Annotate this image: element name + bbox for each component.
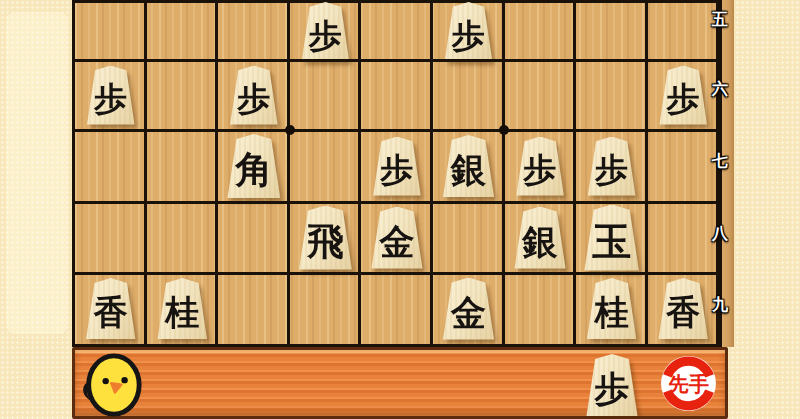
cell-46[interactable]	[433, 60, 505, 130]
cell-68[interactable]: 飛	[290, 202, 362, 273]
piece-glyph: 歩	[309, 19, 342, 52]
cell-65[interactable]: 歩	[290, 3, 362, 60]
cell-89[interactable]: 桂	[147, 273, 219, 344]
cell-97[interactable]	[75, 130, 147, 202]
cell-45[interactable]: 歩	[433, 3, 505, 60]
shogi-piece-rook: 飛	[295, 206, 355, 270]
piece-glyph: 香	[666, 295, 700, 329]
shogi-piece-knight: 桂	[584, 278, 640, 339]
shogi-piece-silver: 銀	[511, 207, 569, 269]
board-right-edge	[722, 0, 734, 347]
cell-67[interactable]	[290, 130, 362, 202]
piece-glyph: 桂	[165, 295, 199, 329]
piece-glyph: 歩	[595, 153, 628, 186]
cell-98[interactable]	[75, 202, 147, 273]
piece-pawn-76[interactable]: 歩	[227, 66, 281, 125]
board-cells: 歩歩歩歩歩角歩銀歩歩飛金銀玉香桂金桂香	[75, 3, 719, 344]
cell-27[interactable]: 歩	[576, 130, 648, 202]
cell-79[interactable]	[218, 273, 290, 344]
cell-58[interactable]: 金	[361, 202, 433, 273]
cell-75[interactable]	[218, 3, 290, 60]
piece-glyph: 金	[451, 295, 486, 330]
cell-95[interactable]	[75, 3, 147, 60]
cell-39[interactable]	[504, 273, 576, 344]
piece-glyph: 金	[379, 224, 414, 259]
piece-silver-47[interactable]: 銀	[440, 135, 498, 197]
cell-85[interactable]	[147, 3, 219, 60]
piece-glyph: 桂	[595, 295, 629, 329]
cell-17[interactable]	[647, 130, 719, 202]
gote-hand-tray	[6, 12, 68, 334]
piece-glyph: 銀	[523, 224, 558, 259]
cell-86[interactable]	[147, 60, 219, 130]
piece-glyph: 香	[94, 295, 128, 329]
piece-pawn-27[interactable]: 歩	[585, 137, 639, 196]
shogi-piece-gold: 金	[368, 207, 426, 269]
shogi-piece-lance: 香	[655, 278, 711, 339]
piece-knight-89[interactable]: 桂	[154, 278, 210, 339]
shogi-piece-pawn: 歩	[656, 66, 710, 125]
piece-knight-29[interactable]: 桂	[584, 278, 640, 339]
piece-bishop-77[interactable]: 角	[224, 134, 284, 198]
shogi-piece-pawn: 歩	[583, 354, 641, 416]
cell-47[interactable]: 銀	[433, 130, 505, 202]
piece-lance-19[interactable]: 香	[655, 278, 711, 339]
cell-76[interactable]: 歩	[218, 60, 290, 130]
sente-badge-text: 先手	[667, 372, 709, 396]
piece-glyph: 歩	[524, 153, 557, 186]
cell-99[interactable]: 香	[75, 273, 147, 344]
piece-glyph: 歩	[94, 82, 127, 115]
shogi-piece-pawn: 歩	[298, 2, 352, 61]
cell-87[interactable]	[147, 130, 219, 202]
cell-38[interactable]: 銀	[504, 202, 576, 273]
shogi-piece-pawn: 歩	[585, 137, 639, 196]
shogi-piece-knight: 桂	[154, 278, 210, 339]
cell-59[interactable]	[361, 273, 433, 344]
shogi-piece-pawn: 歩	[370, 137, 424, 196]
hand-piece-pawn[interactable]: 歩	[583, 354, 641, 416]
piece-gold-49[interactable]: 金	[440, 278, 498, 340]
cell-25[interactable]	[576, 3, 648, 60]
sente-badge: 先手	[660, 355, 717, 412]
shogi-piece-silver: 銀	[440, 135, 498, 197]
piece-glyph: 角	[235, 151, 272, 188]
sente-hand-tray: 歩 先手	[72, 347, 728, 419]
hand-piece-glyph: 歩	[595, 371, 630, 406]
cell-29[interactable]: 桂	[576, 273, 648, 344]
shogi-piece-pawn: 歩	[513, 137, 567, 196]
piece-glyph: 歩	[452, 19, 485, 52]
shogi-app: 歩歩歩歩歩角歩銀歩歩飛金銀玉香桂金桂香 五六七八九 歩	[0, 0, 800, 419]
cell-35[interactable]	[504, 3, 576, 60]
cell-96[interactable]: 歩	[75, 60, 147, 130]
cell-57[interactable]: 歩	[361, 130, 433, 202]
piece-glyph: 歩	[667, 82, 700, 115]
shogi-piece-pawn: 歩	[442, 2, 496, 61]
cell-56[interactable]	[361, 60, 433, 130]
piece-glyph: 歩	[380, 153, 413, 186]
chick-mascot-icon	[78, 351, 144, 419]
piece-gold-58[interactable]: 金	[368, 207, 426, 269]
piece-rook-68[interactable]: 飛	[295, 206, 355, 270]
piece-pawn-37[interactable]: 歩	[513, 137, 567, 196]
cell-15[interactable]	[647, 3, 719, 60]
piece-pawn-96[interactable]: 歩	[84, 66, 138, 125]
cell-88[interactable]	[147, 202, 219, 273]
piece-glyph: 銀	[451, 152, 486, 187]
cell-48[interactable]	[433, 202, 505, 273]
shogi-piece-king: 玉	[581, 205, 643, 271]
piece-glyph: 歩	[237, 82, 270, 115]
piece-pawn-65[interactable]: 歩	[298, 2, 352, 61]
cell-26[interactable]	[576, 60, 648, 130]
cell-69[interactable]	[290, 273, 362, 344]
cell-37[interactable]: 歩	[504, 130, 576, 202]
cell-55[interactable]	[361, 3, 433, 60]
cell-36[interactable]	[504, 60, 576, 130]
piece-pawn-16[interactable]: 歩	[656, 66, 710, 125]
shogi-piece-bishop: 角	[224, 134, 284, 198]
shogi-piece-pawn: 歩	[84, 66, 138, 125]
cell-28[interactable]: 玉	[576, 202, 648, 273]
shogi-board: 歩歩歩歩歩角歩銀歩歩飛金銀玉香桂金桂香	[72, 0, 722, 347]
cell-78[interactable]	[218, 202, 290, 273]
shogi-piece-pawn: 歩	[227, 66, 281, 125]
shogi-piece-lance: 香	[83, 278, 139, 339]
piece-pawn-57[interactable]: 歩	[370, 137, 424, 196]
piece-glyph: 飛	[307, 223, 344, 260]
cell-66[interactable]	[290, 60, 362, 130]
shogi-piece-gold: 金	[440, 278, 498, 340]
piece-pawn-45[interactable]: 歩	[442, 2, 496, 61]
cell-16[interactable]: 歩	[647, 60, 719, 130]
piece-king-28[interactable]: 玉	[581, 205, 643, 271]
piece-silver-38[interactable]: 銀	[511, 207, 569, 269]
cell-19[interactable]: 香	[647, 273, 719, 344]
piece-glyph: 玉	[592, 222, 631, 261]
piece-lance-99[interactable]: 香	[83, 278, 139, 339]
cell-49[interactable]: 金	[433, 273, 505, 344]
cell-77[interactable]: 角	[218, 130, 290, 202]
cell-18[interactable]	[647, 202, 719, 273]
